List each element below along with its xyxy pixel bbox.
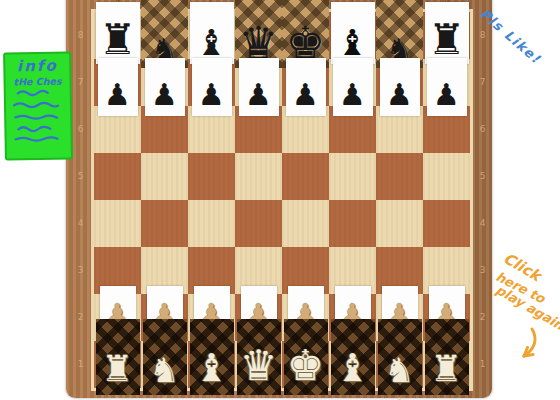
square-e4[interactable] [282,200,329,247]
rank-label-2: 2 [475,313,490,322]
black-pawn-glyph: ♟ [433,80,460,110]
piece-card-f7[interactable]: ♟ [333,58,373,116]
white-rook-glyph: ♜ [430,351,462,387]
rank-label-3: 3 [475,266,490,275]
white-knight-glyph: ♞ [149,353,179,387]
piece-card-g7[interactable]: ♟ [380,58,420,116]
square-g4[interactable] [376,200,423,247]
rank-label-4: 4 [475,219,490,228]
piece-card-c7[interactable]: ♟ [192,58,232,116]
square-h5[interactable] [423,153,470,200]
piece-card-c8[interactable]: ♝ [190,2,234,64]
square-b5[interactable] [141,153,188,200]
square-c5[interactable] [188,153,235,200]
square-h4[interactable] [423,200,470,247]
piece-card-f8[interactable]: ♝ [331,2,375,64]
square-g5[interactable] [376,153,423,200]
sticky-note-title: info [5,56,69,75]
rank-label-8: 8 [73,31,88,40]
rank-label-7: 7 [73,78,88,87]
square-b4[interactable] [141,200,188,247]
square-f4[interactable] [329,200,376,247]
piece-card-h8[interactable]: ♜ [425,2,469,64]
piece-card-h7[interactable]: ♟ [427,58,467,116]
black-pawn-glyph: ♟ [292,80,319,110]
piece-card-e1[interactable]: ♚ [284,319,328,395]
chess-board-frame: ♜♞♝♛♚♝♞♜♟♟♟♟♟♟♟♟♟♟♟♟♟♟♟♟♜♞♝♛♚♝♞♜ 8877665… [66,0,492,398]
black-rook-glyph: ♜ [428,19,466,61]
black-bishop-glyph: ♝ [195,25,227,61]
black-pawn-glyph: ♟ [245,80,272,110]
square-c4[interactable] [188,200,235,247]
rank-label-2: 2 [73,313,88,322]
piece-card-c1[interactable]: ♝ [190,319,234,395]
square-f5[interactable] [329,153,376,200]
rank-label-4: 4 [73,219,88,228]
rank-label-1: 1 [475,360,490,369]
black-pawn-glyph: ♟ [151,80,178,110]
chess-board: ♜♞♝♛♚♝♞♜♟♟♟♟♟♟♟♟♟♟♟♟♟♟♟♟♜♞♝♛♚♝♞♜ [91,9,473,391]
square-a5[interactable] [94,153,141,200]
rank-label-6: 6 [475,125,490,134]
rank-label-1: 1 [73,360,88,369]
piece-card-b1[interactable]: ♞ [143,319,187,395]
square-d5[interactable] [235,153,282,200]
square-a4[interactable] [94,200,141,247]
black-rook-glyph: ♜ [99,19,137,61]
square-e5[interactable] [282,153,329,200]
square-d4[interactable] [235,200,282,247]
sticky-note-info[interactable]: info tHe Ches [3,51,73,160]
white-bishop-glyph: ♝ [335,349,369,387]
down-left-arrow-icon [510,326,540,362]
piece-card-b7[interactable]: ♟ [145,58,185,116]
piece-card-a7[interactable]: ♟ [98,58,138,116]
piece-card-d7[interactable]: ♟ [239,58,279,116]
white-knight-glyph: ♞ [384,353,414,387]
black-pawn-glyph: ♟ [386,80,413,110]
white-king-glyph: ♚ [287,345,325,387]
rank-label-5: 5 [73,172,88,181]
piece-card-d1[interactable]: ♛ [237,319,281,395]
black-pawn-glyph: ♟ [339,80,366,110]
white-queen-glyph: ♛ [240,345,278,387]
black-pawn-glyph: ♟ [198,80,225,110]
rank-label-5: 5 [475,172,490,181]
rank-label-7: 7 [475,78,490,87]
scribble-lines-icon [10,87,67,146]
piece-card-g1[interactable]: ♞ [378,319,422,395]
piece-card-a1[interactable]: ♜ [96,319,140,395]
rank-label-6: 6 [73,125,88,134]
rank-label-8: 8 [475,31,490,40]
black-pawn-glyph: ♟ [104,80,131,110]
piece-card-a8[interactable]: ♜ [96,2,140,64]
play-again-annotation[interactable]: Click here to play again [492,258,560,368]
black-bishop-glyph: ♝ [336,25,368,61]
piece-card-h1[interactable]: ♜ [425,319,469,395]
white-rook-glyph: ♜ [101,351,133,387]
white-bishop-glyph: ♝ [194,349,228,387]
rank-label-3: 3 [73,266,88,275]
piece-card-f1[interactable]: ♝ [331,319,375,395]
piece-card-e7[interactable]: ♟ [286,58,326,116]
